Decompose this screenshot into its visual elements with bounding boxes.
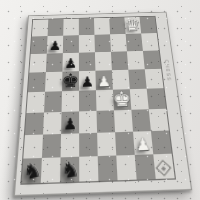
square-e1[interactable]	[98, 156, 118, 181]
photo-stage: ♛♟♟♚♟♟♚♟♟♞♞ CHESS	[0, 0, 200, 200]
square-h4[interactable]	[147, 88, 166, 109]
square-g1[interactable]	[135, 154, 156, 179]
square-b2[interactable]	[42, 134, 61, 158]
diamond-logo-icon	[155, 160, 171, 176]
square-b5[interactable]	[45, 72, 62, 92]
square-h6[interactable]	[143, 50, 161, 69]
square-d5[interactable]: ♟	[79, 71, 96, 91]
square-g7[interactable]	[126, 33, 143, 51]
square-c8[interactable]	[63, 19, 79, 36]
square-c7[interactable]	[63, 35, 79, 53]
square-b6[interactable]	[46, 53, 63, 72]
square-h7[interactable]	[141, 33, 159, 51]
square-a6[interactable]	[29, 54, 46, 73]
square-g3[interactable]	[131, 109, 151, 131]
square-c2[interactable]	[61, 133, 80, 157]
square-b1[interactable]	[41, 157, 61, 183]
square-e8[interactable]	[94, 18, 110, 35]
square-f2[interactable]	[115, 132, 135, 156]
square-d8[interactable]	[79, 18, 95, 35]
square-c3[interactable]: ♟	[61, 111, 79, 134]
square-a1[interactable]: ♞	[21, 158, 41, 184]
square-c5[interactable]: ♚	[62, 71, 79, 91]
square-e5[interactable]: ♟	[95, 70, 112, 90]
square-a5[interactable]	[28, 72, 46, 92]
diamond-logo-outline	[155, 159, 171, 176]
white-king-f4[interactable]: ♚	[112, 89, 131, 109]
black-knight-a1[interactable]: ♞	[21, 158, 42, 184]
square-f6[interactable]	[111, 51, 128, 70]
square-f1[interactable]	[116, 155, 136, 180]
square-d1[interactable]	[79, 156, 98, 181]
black-king-c5[interactable]: ♚	[62, 71, 80, 90]
black-pawn-d5[interactable]: ♟	[81, 75, 94, 89]
square-h2[interactable]	[151, 131, 172, 155]
black-pawn-c3[interactable]: ♟	[63, 117, 77, 133]
square-h5[interactable]	[145, 69, 164, 89]
white-queen-g8[interactable]: ♛	[124, 17, 142, 33]
square-g6[interactable]	[127, 51, 145, 70]
square-a4[interactable]	[26, 92, 45, 113]
square-f4[interactable]: ♚	[113, 89, 131, 110]
square-a8[interactable]	[32, 19, 48, 36]
board-grid: ♛♟♟♚♟♟♚♟♟♞♞	[21, 17, 174, 184]
square-f3[interactable]	[114, 110, 133, 132]
square-a3[interactable]	[25, 113, 44, 136]
square-e6[interactable]	[95, 52, 112, 71]
white-pawn-e5[interactable]: ♟	[97, 75, 111, 89]
square-g4[interactable]	[130, 89, 149, 110]
square-e2[interactable]	[97, 132, 116, 156]
black-knight-c1[interactable]: ♞	[60, 158, 81, 183]
square-d7[interactable]	[79, 35, 95, 53]
square-b3[interactable]	[43, 112, 62, 135]
square-e4[interactable]	[96, 90, 114, 111]
square-b8[interactable]	[48, 19, 64, 36]
square-c1[interactable]: ♞	[60, 157, 79, 183]
square-g8[interactable]: ♛	[124, 17, 141, 34]
square-h3[interactable]	[149, 109, 169, 131]
square-g2[interactable]: ♟	[133, 131, 153, 155]
board-brand-text: CHESS	[164, 60, 173, 82]
chess-board: ♛♟♟♚♟♟♚♟♟♞♞ CHESS	[14, 12, 193, 197]
square-h8[interactable]	[140, 17, 157, 34]
square-c4[interactable]	[62, 91, 79, 112]
white-pawn-g2[interactable]: ♟	[135, 137, 151, 154]
square-b4[interactable]	[44, 91, 62, 112]
square-d2[interactable]	[79, 133, 98, 157]
square-e7[interactable]	[94, 34, 110, 52]
square-d4[interactable]	[79, 90, 97, 111]
black-pawn-b7[interactable]: ♟	[48, 40, 61, 53]
square-b7[interactable]: ♟	[47, 36, 63, 54]
square-f7[interactable]	[110, 34, 127, 52]
square-d6[interactable]	[79, 52, 96, 71]
square-e3[interactable]	[97, 110, 116, 132]
square-g5[interactable]	[128, 69, 146, 89]
square-d3[interactable]	[79, 111, 97, 134]
diamond-logo-center	[161, 165, 166, 170]
square-a2[interactable]	[23, 135, 43, 159]
square-a7[interactable]	[31, 36, 48, 54]
